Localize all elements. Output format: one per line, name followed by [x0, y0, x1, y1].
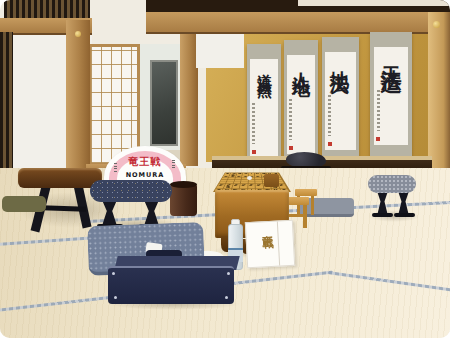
tent-card-sign: 竜王戦 — [245, 220, 295, 268]
white-wall-patch — [196, 30, 244, 68]
banner-fine-print — [172, 160, 175, 170]
scroll-signature — [252, 103, 255, 144]
hanging-scroll: 天法道 — [370, 32, 412, 159]
ceiling-strip — [298, 0, 450, 6]
nail-cover-ornament-icon — [75, 31, 81, 37]
wastebasket — [170, 184, 197, 216]
scroll-seal-icon — [328, 142, 332, 146]
piece-stand-rear — [295, 189, 317, 196]
pillar-left — [66, 20, 90, 174]
case-stud-icon — [225, 296, 228, 299]
shogi-piece: 歩 — [237, 176, 241, 177]
scroll-seal-icon — [289, 146, 293, 150]
shogi-piece: 歩 — [256, 176, 260, 177]
scroll-signature — [289, 99, 292, 140]
shogi-piece: 金 — [244, 173, 248, 174]
bench-foot — [372, 213, 393, 217]
wastebasket-rim — [170, 181, 197, 188]
scroll-seal-icon — [252, 150, 256, 154]
banner-sponsor-logo: NOMURA — [104, 171, 186, 179]
hanging-scroll: 人法地 — [284, 40, 318, 168]
scroll-calligraphy: 地法天 — [328, 55, 354, 64]
piece-stand-rail — [287, 214, 305, 217]
scroll-signature — [377, 90, 380, 131]
kneeling-bench-navy — [90, 180, 172, 202]
window — [150, 60, 178, 146]
tent-card-text: 竜王戦 — [258, 226, 273, 230]
lintel-beam — [146, 12, 450, 34]
scroll-seal-icon — [376, 137, 380, 141]
scroll-calligraphy: 道法自然 — [255, 62, 274, 74]
piece-box — [264, 174, 279, 187]
kneeling-bench-gray — [368, 175, 416, 193]
bench-foot — [394, 213, 415, 217]
scroll-calligraphy: 天法道 — [377, 50, 405, 59]
board-cover-case — [108, 266, 234, 304]
piece-stand-leg — [311, 195, 314, 215]
scroll-calligraphy: 人法地 — [289, 58, 313, 67]
low-table-top — [18, 168, 102, 188]
case-stud-icon — [114, 296, 117, 299]
hanging-scroll: 道法自然 — [247, 44, 281, 172]
hanging-scroll: 地法天 — [322, 37, 359, 164]
shogi-piece: 金 — [256, 173, 260, 174]
shogi-piece: 歩 — [230, 176, 234, 177]
photo-canvas: 道法自然 人法地 地法天 天法道 — [0, 0, 450, 338]
tent-card-fold — [277, 222, 280, 266]
shogi-piece: 銀 — [238, 173, 242, 174]
transom-slat-panel — [4, 0, 90, 20]
nail-cover-ornament-icon — [433, 21, 440, 28]
left-door-frame — [0, 32, 13, 172]
scroll-signature — [328, 95, 331, 136]
olive-zabuton-cushion — [2, 196, 46, 212]
case-stud-icon — [112, 272, 115, 275]
case-stud-icon — [227, 272, 230, 275]
shogi-piece: 玉 — [250, 173, 254, 174]
small-white-item — [247, 176, 252, 180]
